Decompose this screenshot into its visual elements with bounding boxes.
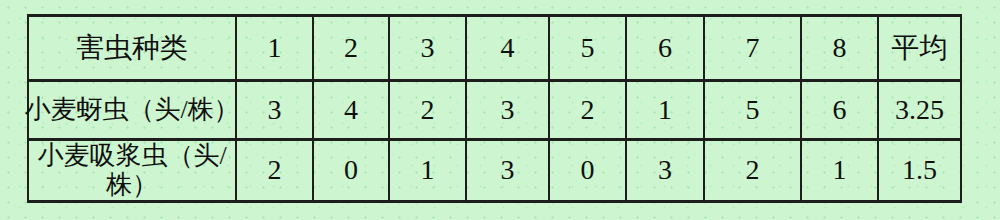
- data-cell-midge-7: 2: [705, 141, 802, 203]
- data-cell-aphid-4: 3: [467, 82, 550, 141]
- data-cell-midge-average: 1.5: [879, 141, 962, 203]
- data-cell-aphid-8: 6: [802, 82, 879, 141]
- data-cell-midge-6: 3: [627, 141, 705, 203]
- header-cell-pest-type: 害虫种类: [29, 17, 237, 82]
- header-cell-average: 平均: [879, 17, 962, 82]
- header-cell-sample-7: 7: [705, 17, 802, 82]
- header-cell-sample-6: 6: [627, 17, 705, 82]
- page-background: 害虫种类 1 2 3 4 5 6 7 8 平均 小麦蚜虫（头/株） 3 4 2 …: [0, 0, 1000, 220]
- data-cell-midge-2: 0: [314, 141, 390, 203]
- header-cell-sample-4: 4: [467, 17, 550, 82]
- header-cell-sample-8: 8: [802, 17, 879, 82]
- data-cell-aphid-2: 4: [314, 82, 390, 141]
- data-cell-aphid-5: 2: [550, 82, 627, 141]
- header-cell-sample-1: 1: [237, 17, 314, 82]
- data-cell-aphid-average: 3.25: [879, 82, 962, 141]
- pest-data-table: 害虫种类 1 2 3 4 5 6 7 8 平均 小麦蚜虫（头/株） 3 4 2 …: [27, 14, 962, 203]
- data-cell-midge-5: 0: [550, 141, 627, 203]
- data-cell-midge-3: 1: [390, 141, 467, 203]
- header-cell-sample-2: 2: [314, 17, 390, 82]
- data-cell-aphid-6: 1: [627, 82, 705, 141]
- header-cell-sample-5: 5: [550, 17, 627, 82]
- data-cell-aphid-3: 2: [390, 82, 467, 141]
- row-label-wheat-aphid: 小麦蚜虫（头/株）: [29, 82, 237, 141]
- data-cell-aphid-7: 5: [705, 82, 802, 141]
- data-cell-aphid-1: 3: [237, 82, 314, 141]
- data-cell-midge-4: 3: [467, 141, 550, 203]
- data-cell-midge-8: 1: [802, 141, 879, 203]
- row-label-wheat-midge: 小麦吸浆虫（头/ 株）: [29, 141, 237, 203]
- data-cell-midge-1: 2: [237, 141, 314, 203]
- header-cell-sample-3: 3: [390, 17, 467, 82]
